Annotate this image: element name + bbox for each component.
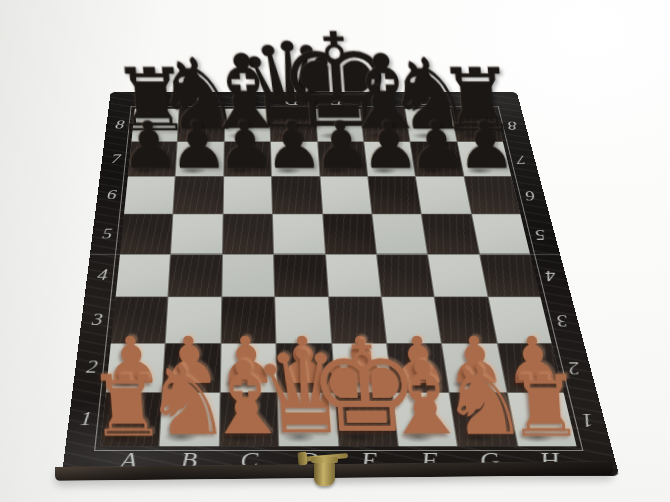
file-label-top-f: F bbox=[358, 92, 405, 108]
file-label-top-e: E bbox=[314, 92, 360, 108]
file-label-top-g: G bbox=[402, 92, 450, 108]
rank-label-left-6: 6 bbox=[95, 177, 128, 214]
square-b6[interactable] bbox=[174, 177, 223, 214]
file-label-top-a: A bbox=[135, 92, 181, 108]
square-e4[interactable] bbox=[326, 254, 381, 296]
playfield-grid: ♜♞♝♛♚♝♞♜♟♟♟♟♟♟♟♟♟♟♟♟♟♟♟♟♜♞♝♛♚♝♞♜ bbox=[100, 109, 576, 446]
file-labels-top: ABCDEFGH bbox=[135, 92, 495, 108]
square-c6[interactable] bbox=[223, 177, 272, 214]
square-b4[interactable] bbox=[169, 254, 222, 296]
brass-clasp bbox=[299, 449, 353, 491]
square-d6[interactable] bbox=[272, 177, 322, 214]
square-a5[interactable] bbox=[120, 214, 173, 253]
file-label-top-b: B bbox=[180, 92, 225, 108]
rank-label-left-4: 4 bbox=[85, 254, 120, 297]
square-g4[interactable] bbox=[428, 254, 487, 296]
rank-label-left-5: 5 bbox=[90, 214, 124, 254]
square-d4[interactable] bbox=[274, 254, 327, 296]
piece-white-knight[interactable]: ♞ bbox=[438, 357, 531, 446]
square-h7[interactable]: ♟ bbox=[457, 142, 511, 176]
square-e6[interactable] bbox=[320, 177, 371, 214]
file-label-top-d: D bbox=[269, 92, 314, 108]
square-e5[interactable] bbox=[323, 214, 376, 253]
square-c4[interactable] bbox=[222, 254, 274, 296]
file-label-top-c: C bbox=[225, 92, 270, 108]
square-a4[interactable] bbox=[116, 254, 171, 296]
file-label-top-h: H bbox=[447, 92, 495, 108]
square-a6[interactable] bbox=[124, 177, 175, 214]
piece-white-knight[interactable]: ♞ bbox=[140, 357, 233, 446]
square-e1[interactable]: ♚ bbox=[335, 393, 397, 446]
square-c5[interactable] bbox=[223, 214, 273, 253]
clasp-knob bbox=[314, 460, 335, 486]
chess-board: ABCDEFGH 87654321 87654321 ♜♞♝♛♚♝♞♜♟♟♟♟♟… bbox=[62, 92, 620, 476]
square-f6[interactable] bbox=[368, 177, 421, 214]
square-b5[interactable] bbox=[171, 214, 222, 253]
square-f5[interactable] bbox=[372, 214, 427, 253]
square-g1[interactable]: ♞ bbox=[450, 393, 517, 446]
photo-backdrop: ABCDEFGH 87654321 87654321 ♜♞♝♛♚♝♞♜♟♟♟♟♟… bbox=[0, 0, 670, 502]
square-g5[interactable] bbox=[422, 214, 479, 253]
square-g6[interactable] bbox=[416, 177, 470, 214]
square-b1[interactable]: ♞ bbox=[160, 393, 219, 446]
square-d5[interactable] bbox=[273, 214, 324, 253]
piece-white-king[interactable]: ♚ bbox=[304, 330, 424, 445]
square-f4[interactable] bbox=[377, 254, 434, 296]
square-g7[interactable]: ♟ bbox=[411, 142, 463, 176]
square-h4[interactable] bbox=[480, 254, 541, 296]
